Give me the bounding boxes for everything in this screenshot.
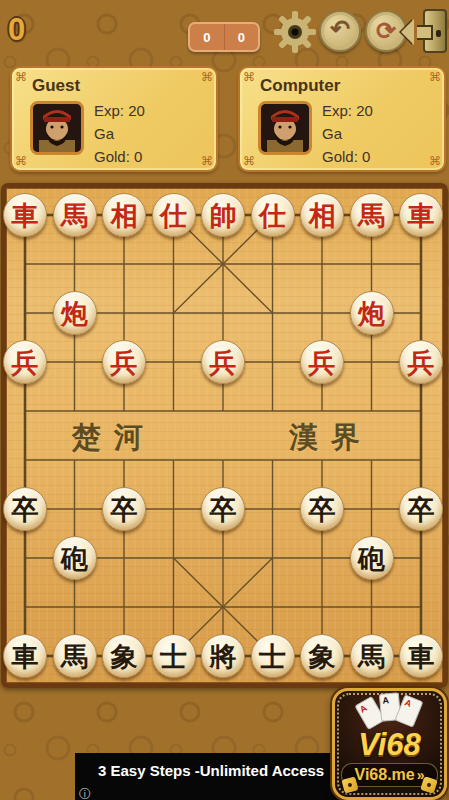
black-piece[interactable]: 車 [399, 634, 443, 678]
score-right: 0 [225, 24, 259, 50]
board-point-b4[interactable] [50, 485, 100, 534]
board-point-i8[interactable] [396, 289, 446, 338]
board-point-c6[interactable] [99, 387, 149, 436]
black-piece[interactable]: 士 [152, 634, 196, 678]
board-point-d3[interactable] [149, 534, 199, 583]
gear-icon [273, 10, 317, 54]
coin-balance: 0 [8, 12, 25, 48]
board-point-f6[interactable] [248, 387, 298, 436]
board-point-a10[interactable]: 車 [0, 191, 50, 240]
red-piece[interactable]: 相 [102, 193, 146, 237]
board-point-d10[interactable]: 仕 [149, 191, 199, 240]
board-point-h2[interactable] [347, 583, 397, 632]
board-point-a1[interactable]: 車 [0, 632, 50, 681]
black-piece[interactable]: 卒 [201, 487, 245, 531]
board-point-g10[interactable]: 相 [297, 191, 347, 240]
board-point-g3[interactable] [297, 534, 347, 583]
red-piece[interactable]: 仕 [152, 193, 196, 237]
board-point-f1[interactable]: 士 [248, 632, 298, 681]
red-piece[interactable]: 炮 [350, 291, 394, 335]
board-point-f9[interactable] [248, 240, 298, 289]
board-point-d1[interactable]: 士 [149, 632, 199, 681]
red-piece[interactable]: 馬 [350, 193, 394, 237]
board-point-c8[interactable] [99, 289, 149, 338]
board-point-i5[interactable] [396, 436, 446, 485]
board-point-h3[interactable]: 砲 [347, 534, 397, 583]
board-point-f4[interactable] [248, 485, 298, 534]
board-point-e7[interactable]: 兵 [198, 338, 248, 387]
logo-domain: Vi68.me [355, 766, 415, 784]
red-piece[interactable]: 車 [3, 193, 47, 237]
board-point-c4[interactable]: 卒 [99, 485, 149, 534]
board-point-f7[interactable] [248, 338, 298, 387]
score-box: 0 0 [188, 22, 260, 52]
dice-icon [420, 776, 438, 794]
board-point-a6[interactable] [0, 387, 50, 436]
board-point-b10[interactable]: 馬 [50, 191, 100, 240]
board-point-h1[interactable]: 馬 [347, 632, 397, 681]
board-point-d8[interactable] [149, 289, 199, 338]
board-point-d2[interactable] [149, 583, 199, 632]
board-point-f8[interactable] [248, 289, 298, 338]
warrior-avatar [30, 101, 84, 155]
red-piece[interactable]: 炮 [53, 291, 97, 335]
black-piece[interactable]: 卒 [102, 487, 146, 531]
undo-button[interactable]: ↶ [319, 10, 361, 52]
board-point-e4[interactable]: 卒 [198, 485, 248, 534]
logo-title: Vi68 [335, 727, 444, 763]
red-piece[interactable]: 馬 [53, 193, 97, 237]
board-point-e3[interactable] [198, 534, 248, 583]
board-point-g8[interactable] [297, 289, 347, 338]
board-point-b8[interactable]: 炮 [50, 289, 100, 338]
board-point-g2[interactable] [297, 583, 347, 632]
black-piece[interactable]: 士 [251, 634, 295, 678]
corner-ornament-icon: ⌘ [201, 155, 213, 167]
corner-ornament-icon: ⌘ [243, 71, 255, 83]
black-piece[interactable]: 馬 [350, 634, 394, 678]
board-point-a2[interactable] [0, 583, 50, 632]
black-piece[interactable]: 象 [102, 634, 146, 678]
warrior-avatar [258, 101, 312, 155]
board-point-g6[interactable] [297, 387, 347, 436]
board-point-h8[interactable]: 炮 [347, 289, 397, 338]
board-point-d9[interactable] [149, 240, 199, 289]
board-point-g9[interactable] [297, 240, 347, 289]
board-point-h9[interactable] [347, 240, 397, 289]
board-point-d4[interactable] [149, 485, 199, 534]
player-exp: Exp: 20 [322, 99, 373, 122]
board-point-i3[interactable] [396, 534, 446, 583]
board-point-f3[interactable] [248, 534, 298, 583]
corner-ornament-icon: ⌘ [15, 155, 27, 167]
board-point-g4[interactable]: 卒 [297, 485, 347, 534]
corner-ornament-icon: ⌘ [201, 71, 213, 83]
black-piece[interactable]: 馬 [53, 634, 97, 678]
corner-ornament-icon: ⌘ [429, 71, 441, 83]
board-point-a9[interactable] [0, 240, 50, 289]
board-point-e5[interactable] [198, 436, 248, 485]
red-piece[interactable]: 兵 [102, 340, 146, 384]
red-piece[interactable]: 仕 [251, 193, 295, 237]
board-point-b2[interactable] [50, 583, 100, 632]
black-piece[interactable]: 砲 [350, 536, 394, 580]
board-point-g5[interactable] [297, 436, 347, 485]
black-piece[interactable]: 將 [201, 634, 245, 678]
board-point-a5[interactable] [0, 436, 50, 485]
score-left: 0 [190, 24, 225, 50]
vi68-logo[interactable]: A A A Vi68 Vi68.me » [332, 688, 447, 800]
board-point-c5[interactable] [99, 436, 149, 485]
board-point-c7[interactable]: 兵 [99, 338, 149, 387]
red-piece[interactable]: 兵 [399, 340, 443, 384]
board-point-i10[interactable]: 車 [396, 191, 446, 240]
settings-button[interactable] [273, 10, 315, 52]
red-piece[interactable]: 兵 [3, 340, 47, 384]
red-piece[interactable]: 帥 [201, 193, 245, 237]
board-point-i2[interactable] [396, 583, 446, 632]
red-piece[interactable]: 相 [300, 193, 344, 237]
player-exp: Exp: 20 [94, 99, 145, 122]
board-point-e1[interactable]: 將 [198, 632, 248, 681]
corner-ornament-icon: ⌘ [243, 155, 255, 167]
player-name: Computer [260, 76, 340, 96]
redo-arrows-icon: ⟳ [376, 19, 396, 43]
board-point-d6[interactable] [149, 387, 199, 436]
black-piece[interactable]: 卒 [300, 487, 344, 531]
board-point-f5[interactable] [248, 436, 298, 485]
undo-arrow-icon: ↶ [330, 17, 350, 41]
board-point-c9[interactable] [99, 240, 149, 289]
board-point-d5[interactable] [149, 436, 199, 485]
red-piece[interactable]: 兵 [300, 340, 344, 384]
board-point-i6[interactable] [396, 387, 446, 436]
board-point-e8[interactable] [198, 289, 248, 338]
red-piece[interactable]: 車 [399, 193, 443, 237]
board-point-a7[interactable]: 兵 [0, 338, 50, 387]
board-point-a8[interactable] [0, 289, 50, 338]
board-point-h7[interactable] [347, 338, 397, 387]
board-point-i4[interactable]: 卒 [396, 485, 446, 534]
board-point-f2[interactable] [248, 583, 298, 632]
xiangqi-board: 楚河 漢界 車馬相仕帥仕相馬車炮炮兵兵兵兵兵卒卒卒卒卒砲砲車馬象士將士象馬車 [1, 183, 448, 688]
board-point-c1[interactable]: 象 [99, 632, 149, 681]
corner-ornament-icon: ⌘ [429, 155, 441, 167]
board-point-c10[interactable]: 相 [99, 191, 149, 240]
ad-headline: 3 Easy Steps -Unlimited Access [98, 762, 324, 779]
player-panel-guest: ⌘ ⌘ ⌘ ⌘ Guest Exp: 20 Ga Gold: 0 [10, 66, 218, 172]
board-point-f10[interactable]: 仕 [248, 191, 298, 240]
board-point-i1[interactable]: 車 [396, 632, 446, 681]
exit-button[interactable] [407, 9, 447, 53]
board-point-h6[interactable] [347, 387, 397, 436]
ad-info-icon[interactable]: ⓘ [79, 786, 91, 800]
player-gold: Gold: 0 [322, 145, 373, 168]
board-point-e6[interactable] [198, 387, 248, 436]
player-ga: Ga [94, 122, 145, 145]
board-point-a3[interactable] [0, 534, 50, 583]
board-point-e9[interactable] [198, 240, 248, 289]
board-point-c3[interactable] [99, 534, 149, 583]
board-point-h5[interactable] [347, 436, 397, 485]
board-point-e2[interactable] [198, 583, 248, 632]
black-piece[interactable]: 砲 [53, 536, 97, 580]
board-point-c2[interactable] [99, 583, 149, 632]
board-point-g7[interactable]: 兵 [297, 338, 347, 387]
board-point-b5[interactable] [50, 436, 100, 485]
player-ga: Ga [322, 122, 373, 145]
corner-ornament-icon: ⌘ [15, 71, 27, 83]
black-piece[interactable]: 象 [300, 634, 344, 678]
board-point-h10[interactable]: 馬 [347, 191, 397, 240]
board-point-i7[interactable]: 兵 [396, 338, 446, 387]
board-point-b1[interactable]: 馬 [50, 632, 100, 681]
black-piece[interactable]: 車 [3, 634, 47, 678]
board-point-b3[interactable]: 砲 [50, 534, 100, 583]
player-panel-computer: ⌘ ⌘ ⌘ ⌘ Computer Exp: 20 Ga Gold: 0 [238, 66, 446, 172]
board-grid: 車馬相仕帥仕相馬車炮炮兵兵兵兵兵卒卒卒卒卒砲砲車馬象士將士象馬車 [0, 191, 446, 681]
board-point-a4[interactable]: 卒 [0, 485, 50, 534]
board-point-e10[interactable]: 帥 [198, 191, 248, 240]
player-name: Guest [32, 76, 80, 96]
board-point-h4[interactable] [347, 485, 397, 534]
board-point-b9[interactable] [50, 240, 100, 289]
red-piece[interactable]: 兵 [201, 340, 245, 384]
board-point-b7[interactable] [50, 338, 100, 387]
exit-arrow-icon [417, 25, 433, 40]
board-point-g1[interactable]: 象 [297, 632, 347, 681]
player-gold: Gold: 0 [94, 145, 145, 168]
board-point-d7[interactable] [149, 338, 199, 387]
board-point-i9[interactable] [396, 240, 446, 289]
black-piece[interactable]: 卒 [3, 487, 47, 531]
board-point-b6[interactable] [50, 387, 100, 436]
black-piece[interactable]: 卒 [399, 487, 443, 531]
